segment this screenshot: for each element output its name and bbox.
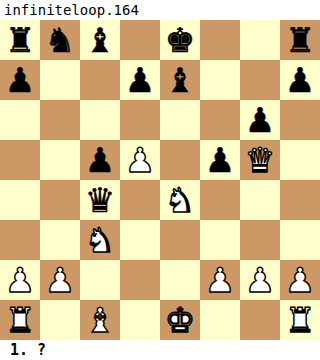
white-king: ♚ [165, 300, 195, 340]
square-h7[interactable]: ♟ [280, 60, 320, 100]
square-h6[interactable] [280, 100, 320, 140]
square-h4[interactable] [280, 180, 320, 220]
square-g3[interactable] [240, 220, 280, 260]
square-f3[interactable] [200, 220, 240, 260]
square-f7[interactable] [200, 60, 240, 100]
square-d8[interactable] [120, 20, 160, 60]
square-a3[interactable] [0, 220, 40, 260]
square-e8[interactable]: ♚ [160, 20, 200, 60]
white-rook: ♜ [285, 300, 315, 340]
square-c4[interactable]: ♛ [80, 180, 120, 220]
square-h3[interactable] [280, 220, 320, 260]
square-d3[interactable] [120, 220, 160, 260]
square-b4[interactable] [40, 180, 80, 220]
square-c7[interactable] [80, 60, 120, 100]
square-h5[interactable] [280, 140, 320, 180]
square-a8[interactable]: ♜ [0, 20, 40, 60]
square-f6[interactable] [200, 100, 240, 140]
white-pawn: ♟ [45, 260, 75, 300]
square-c1[interactable]: ♝ [80, 300, 120, 340]
square-e6[interactable] [160, 100, 200, 140]
black-pawn: ♟ [85, 140, 115, 180]
black-pawn: ♟ [285, 60, 315, 100]
square-g6[interactable]: ♟ [240, 100, 280, 140]
square-f5[interactable]: ♟ [200, 140, 240, 180]
square-d1[interactable] [120, 300, 160, 340]
black-pawn: ♟ [125, 60, 155, 100]
square-f1[interactable] [200, 300, 240, 340]
chess-diagram: infiniteloop.164 ♜♞♝♚♜♟♟♝♟♟♟♟♟♛♛♞♞♟♟♟♟♟♜… [0, 0, 320, 360]
square-c2[interactable] [80, 260, 120, 300]
square-h1[interactable]: ♜ [280, 300, 320, 340]
white-pawn: ♟ [125, 140, 155, 180]
square-e2[interactable] [160, 260, 200, 300]
black-bishop: ♝ [165, 60, 195, 100]
black-pawn: ♟ [205, 140, 235, 180]
white-pawn: ♟ [205, 260, 235, 300]
square-d2[interactable] [120, 260, 160, 300]
black-knight: ♞ [45, 20, 75, 60]
square-b1[interactable] [40, 300, 80, 340]
white-knight: ♞ [85, 220, 115, 260]
square-a2[interactable]: ♟ [0, 260, 40, 300]
square-d7[interactable]: ♟ [120, 60, 160, 100]
square-c5[interactable]: ♟ [80, 140, 120, 180]
square-f2[interactable]: ♟ [200, 260, 240, 300]
square-a4[interactable] [0, 180, 40, 220]
move-prompt: 1. ? [0, 340, 320, 360]
square-g5[interactable]: ♛ [240, 140, 280, 180]
square-d5[interactable]: ♟ [120, 140, 160, 180]
square-b3[interactable] [40, 220, 80, 260]
square-h2[interactable]: ♟ [280, 260, 320, 300]
square-e3[interactable] [160, 220, 200, 260]
black-bishop: ♝ [85, 20, 115, 60]
black-rook: ♜ [5, 20, 35, 60]
black-pawn: ♟ [5, 60, 35, 100]
white-queen: ♛ [245, 140, 275, 180]
white-knight: ♞ [165, 180, 195, 220]
square-d6[interactable] [120, 100, 160, 140]
square-e7[interactable]: ♝ [160, 60, 200, 100]
square-a6[interactable] [0, 100, 40, 140]
white-rook: ♜ [5, 300, 35, 340]
black-pawn: ♟ [245, 100, 275, 140]
square-b7[interactable] [40, 60, 80, 100]
white-pawn: ♟ [245, 260, 275, 300]
square-f8[interactable] [200, 20, 240, 60]
square-e4[interactable]: ♞ [160, 180, 200, 220]
square-c8[interactable]: ♝ [80, 20, 120, 60]
square-g7[interactable] [240, 60, 280, 100]
square-d4[interactable] [120, 180, 160, 220]
square-a1[interactable]: ♜ [0, 300, 40, 340]
square-c6[interactable] [80, 100, 120, 140]
black-king: ♚ [165, 20, 195, 60]
puzzle-title: infiniteloop.164 [0, 0, 320, 20]
square-e5[interactable] [160, 140, 200, 180]
white-bishop: ♝ [85, 300, 115, 340]
square-b6[interactable] [40, 100, 80, 140]
square-g1[interactable] [240, 300, 280, 340]
square-h8[interactable]: ♜ [280, 20, 320, 60]
square-f4[interactable] [200, 180, 240, 220]
square-e1[interactable]: ♚ [160, 300, 200, 340]
black-rook: ♜ [285, 20, 315, 60]
white-pawn: ♟ [5, 260, 35, 300]
square-b2[interactable]: ♟ [40, 260, 80, 300]
white-pawn: ♟ [285, 260, 315, 300]
black-queen: ♛ [85, 180, 115, 220]
square-a7[interactable]: ♟ [0, 60, 40, 100]
square-g8[interactable] [240, 20, 280, 60]
square-g4[interactable] [240, 180, 280, 220]
square-b5[interactable] [40, 140, 80, 180]
square-c3[interactable]: ♞ [80, 220, 120, 260]
square-g2[interactable]: ♟ [240, 260, 280, 300]
square-a5[interactable] [0, 140, 40, 180]
chess-board: ♜♞♝♚♜♟♟♝♟♟♟♟♟♛♛♞♞♟♟♟♟♟♜♝♚♜ [0, 20, 320, 340]
square-b8[interactable]: ♞ [40, 20, 80, 60]
